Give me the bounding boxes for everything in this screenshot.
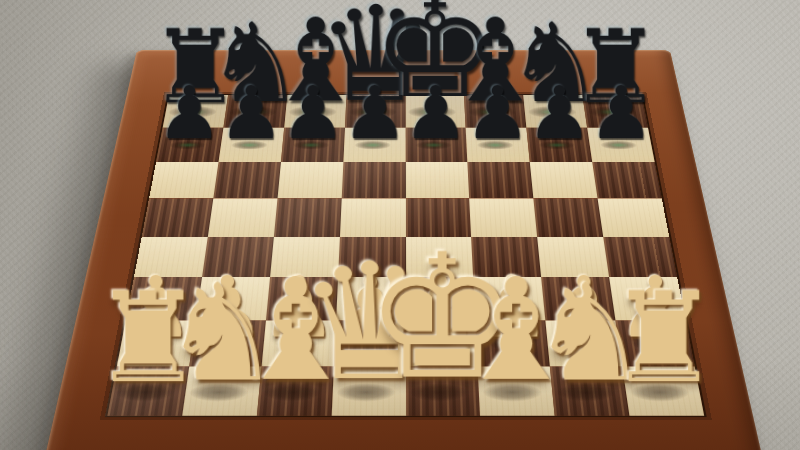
square-b5[interactable]: [207, 198, 277, 236]
piece-black-pawn-e7[interactable]: ♟: [403, 76, 469, 149]
photo-stage: ♜♞♝♛♚♝♞♜♟♟♟♟♟♟♟♟♟♟♟♟♟♟♟♟♜♞♝♛♚♝♞♜: [0, 0, 800, 450]
square-c6[interactable]: [277, 161, 343, 197]
square-a7[interactable]: ♟: [156, 127, 223, 161]
square-e6[interactable]: [405, 161, 469, 197]
square-h6[interactable]: [592, 161, 661, 197]
square-e7[interactable]: ♟: [405, 127, 467, 161]
square-g6[interactable]: [530, 161, 598, 197]
square-c7[interactable]: ♟: [280, 127, 344, 161]
piece-black-pawn-f7[interactable]: ♟: [465, 76, 531, 149]
square-a6[interactable]: [149, 161, 218, 197]
piece-black-pawn-d7[interactable]: ♟: [341, 76, 407, 149]
board-squares: ♜♞♝♛♚♝♞♜♟♟♟♟♟♟♟♟♟♟♟♟♟♟♟♟♜♞♝♛♚♝♞♜: [104, 94, 706, 417]
piece-black-pawn-h7[interactable]: ♟: [588, 76, 654, 149]
piece-black-pawn-c7[interactable]: ♟: [280, 76, 346, 149]
piece-black-pawn-g7[interactable]: ♟: [526, 76, 592, 149]
scene: ♜♞♝♛♚♝♞♜♟♟♟♟♟♟♟♟♟♟♟♟♟♟♟♟♜♞♝♛♚♝♞♜: [0, 0, 800, 450]
piece-black-pawn-a7[interactable]: ♟: [156, 76, 222, 149]
square-h7[interactable]: ♟: [587, 127, 654, 161]
square-g7[interactable]: ♟: [526, 127, 592, 161]
piece-white-rook-h1[interactable]: ♜: [607, 274, 719, 399]
square-f6[interactable]: [467, 161, 533, 197]
piece-black-pawn-b7[interactable]: ♟: [218, 76, 284, 149]
square-d6[interactable]: [341, 161, 405, 197]
square-h5[interactable]: [597, 198, 669, 236]
square-b6[interactable]: [213, 161, 281, 197]
chess-board: ♜♞♝♛♚♝♞♜♟♟♟♟♟♟♟♟♟♟♟♟♟♟♟♟♜♞♝♛♚♝♞♜: [41, 50, 764, 450]
square-a5[interactable]: [141, 198, 212, 236]
square-f7[interactable]: ♟: [465, 127, 529, 161]
square-d7[interactable]: ♟: [343, 127, 405, 161]
square-g5[interactable]: [533, 198, 603, 236]
square-b7[interactable]: ♟: [218, 127, 284, 161]
square-h1[interactable]: ♜: [622, 366, 704, 415]
